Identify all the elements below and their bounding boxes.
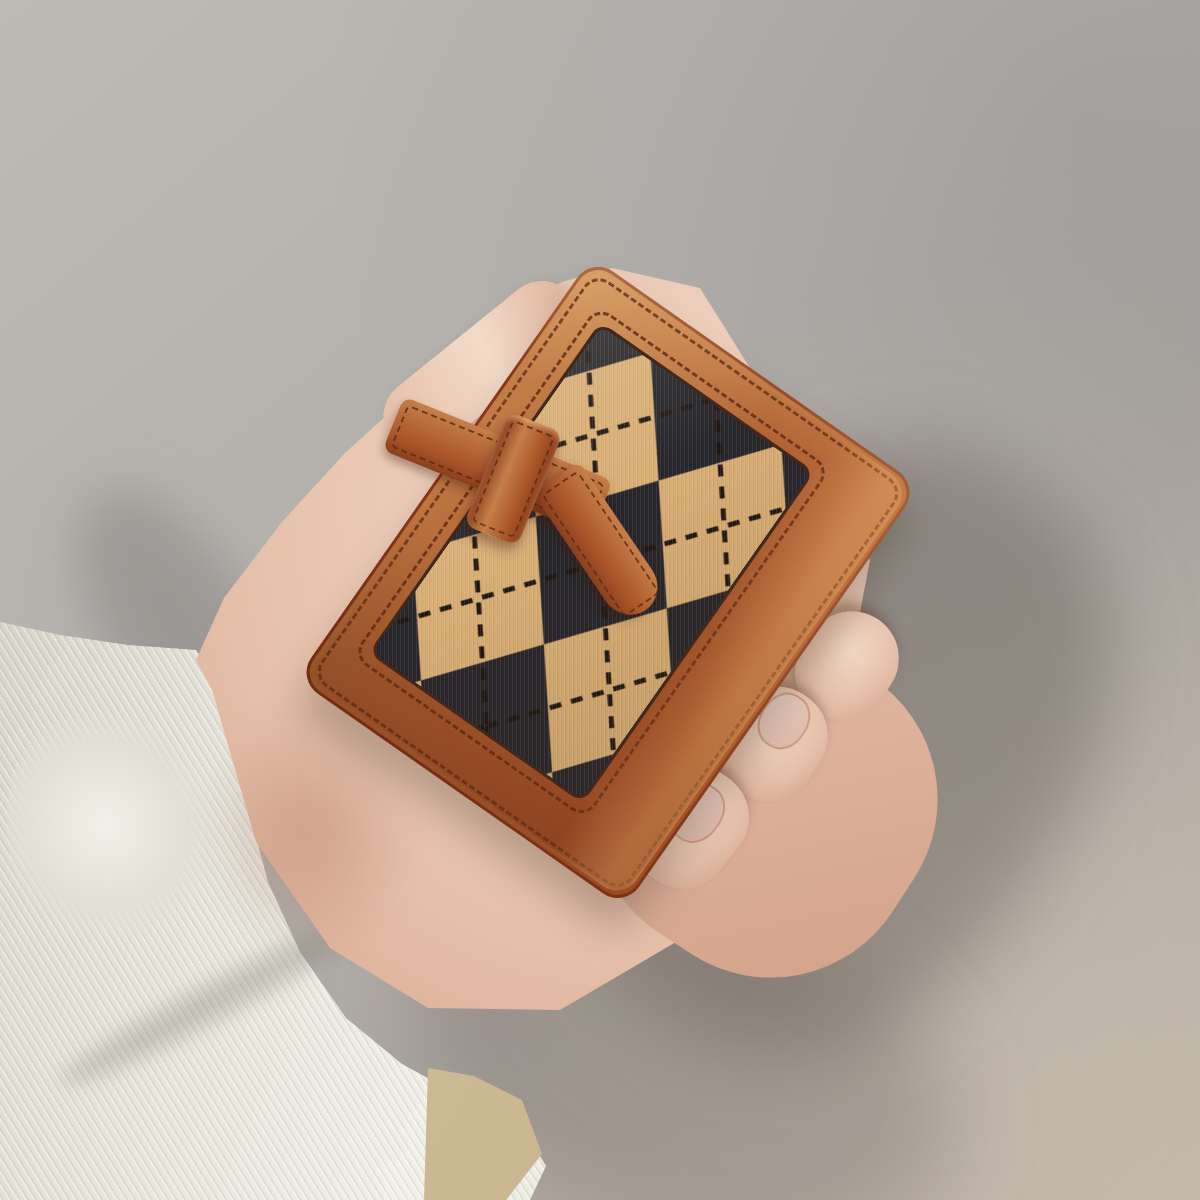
photo-stage: [0, 0, 1200, 1200]
